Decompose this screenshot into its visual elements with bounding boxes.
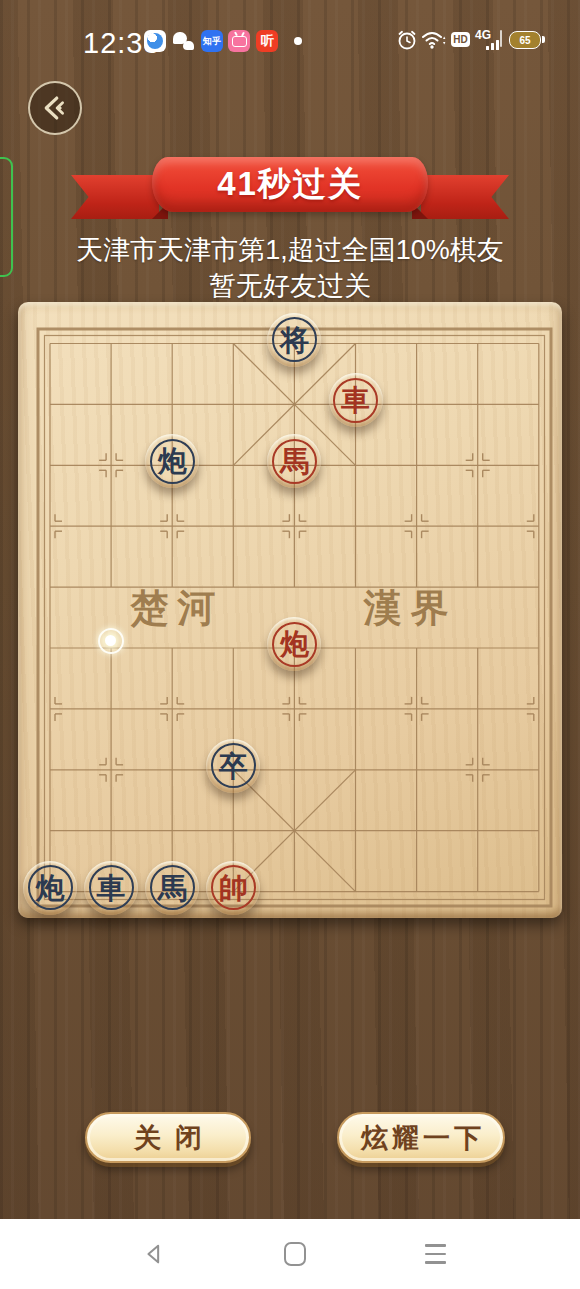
status-right: HD 4G 65 — [0, 0, 580, 62]
screen: 12:33 知乎 听 HD 4G 65 — [0, 0, 580, 1289]
piece-char: 馬 — [267, 434, 321, 488]
battery-percent: 65 — [519, 35, 530, 46]
ribbon-right-tail — [421, 175, 509, 219]
brag-button[interactable]: 炫耀一下 — [337, 1112, 505, 1163]
xiangqi-board: 楚河 漢界 将車炮馬炮卒炮車馬帥 — [18, 302, 562, 918]
wifi-icon — [421, 30, 447, 50]
android-nav-bar — [0, 1219, 580, 1289]
piece-char: 車 — [84, 861, 138, 915]
piece-char: 卒 — [206, 739, 260, 793]
rank-text: 天津市天津市第1,超过全国10%棋友 — [0, 232, 580, 268]
piece-black-general: 将 — [267, 313, 321, 367]
friends-text: 暂无好友过关 — [0, 268, 580, 304]
move-highlight-dot — [98, 628, 124, 654]
hd-badge: HD — [451, 32, 470, 47]
ribbon-left-tail — [71, 175, 159, 219]
piece-red-horse: 馬 — [267, 434, 321, 488]
close-button[interactable]: 关闭 — [85, 1112, 251, 1163]
back-button[interactable] — [28, 81, 82, 135]
piece-char: 炮 — [145, 434, 199, 488]
piece-char: 炮 — [23, 861, 77, 915]
alarm-clock-icon — [396, 29, 418, 51]
victory-title: 41秒过关 — [217, 162, 363, 207]
signal-bars-icon — [486, 40, 499, 50]
piece-char: 馬 — [145, 861, 199, 915]
piece-red-cannon: 炮 — [267, 617, 321, 671]
piece-red-general: 帥 — [206, 861, 260, 915]
river-label-han: 漢界 — [346, 583, 466, 634]
piece-black-chariot: 車 — [84, 861, 138, 915]
piece-char: 帥 — [206, 861, 260, 915]
battery-icon: 65 — [509, 31, 541, 49]
piece-black-cannon: 炮 — [145, 434, 199, 488]
river-label-chu: 楚河 — [113, 583, 233, 634]
piece-black-cannon-2: 炮 — [23, 861, 77, 915]
nav-back-triangle-icon — [142, 1242, 166, 1266]
nav-home-button[interactable] — [265, 1219, 325, 1289]
back-chevron-icon — [41, 94, 69, 122]
nav-menu-icon — [425, 1244, 446, 1264]
piece-red-chariot: 車 — [329, 373, 383, 427]
nav-menu-button[interactable] — [405, 1219, 465, 1289]
ribbon-band: 41秒过关 — [152, 157, 428, 212]
piece-black-soldier: 卒 — [206, 739, 260, 793]
board-grid — [18, 302, 562, 918]
nav-home-square-icon — [284, 1242, 306, 1266]
status-bar: 12:33 知乎 听 HD 4G 65 — [0, 0, 580, 62]
status-separator — [500, 30, 502, 47]
piece-char: 炮 — [267, 617, 321, 671]
piece-char: 将 — [267, 313, 321, 367]
piece-char: 車 — [329, 373, 383, 427]
nav-back-button[interactable] — [124, 1219, 184, 1289]
piece-black-horse: 馬 — [145, 861, 199, 915]
